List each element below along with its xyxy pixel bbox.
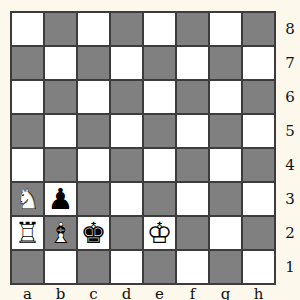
piece-black-king[interactable]: ♚ — [78, 217, 109, 249]
rank-label-1: 1 — [282, 251, 298, 283]
rank-label-5: 5 — [282, 115, 298, 147]
rank-label-4: 4 — [282, 149, 298, 181]
piece-white-knight[interactable]: ♞♘ — [12, 183, 43, 215]
rank-labels: 87654321 — [282, 11, 298, 283]
square-b8[interactable] — [45, 13, 76, 45]
file-label-e: e — [144, 287, 175, 300]
square-a1[interactable] — [12, 251, 43, 283]
white-bishop-fill: ♝ — [45, 217, 76, 249]
square-a3[interactable]: ♞♘ — [12, 183, 43, 215]
square-b3[interactable]: ♟ — [45, 183, 76, 215]
square-d2[interactable] — [111, 217, 142, 249]
white-rook-outline: ♖ — [12, 217, 43, 249]
square-e7[interactable] — [144, 47, 175, 79]
rank-label-8: 8 — [282, 13, 298, 45]
square-b7[interactable] — [45, 47, 76, 79]
square-h3[interactable] — [243, 183, 274, 215]
file-label-h: h — [243, 287, 274, 300]
square-a5[interactable] — [12, 115, 43, 147]
square-c4[interactable] — [78, 149, 109, 181]
file-label-f: f — [177, 287, 208, 300]
square-c1[interactable] — [78, 251, 109, 283]
piece-white-rook[interactable]: ♜♖ — [12, 217, 43, 249]
black-pawn-glyph: ♟ — [45, 183, 76, 215]
square-g7[interactable] — [210, 47, 241, 79]
square-f3[interactable] — [177, 183, 208, 215]
square-g1[interactable] — [210, 251, 241, 283]
square-c8[interactable] — [78, 13, 109, 45]
square-h8[interactable] — [243, 13, 274, 45]
square-e8[interactable] — [144, 13, 175, 45]
square-b1[interactable] — [45, 251, 76, 283]
square-e5[interactable] — [144, 115, 175, 147]
square-h5[interactable] — [243, 115, 274, 147]
square-h4[interactable] — [243, 149, 274, 181]
square-b4[interactable] — [45, 149, 76, 181]
white-bishop-outline: ♗ — [45, 217, 76, 249]
square-b5[interactable] — [45, 115, 76, 147]
white-king-outline: ♔ — [144, 217, 175, 249]
file-label-b: b — [45, 287, 76, 300]
square-f4[interactable] — [177, 149, 208, 181]
square-a7[interactable] — [12, 47, 43, 79]
square-f8[interactable] — [177, 13, 208, 45]
square-e4[interactable] — [144, 149, 175, 181]
square-h7[interactable] — [243, 47, 274, 79]
square-h1[interactable] — [243, 251, 274, 283]
square-f2[interactable] — [177, 217, 208, 249]
square-d7[interactable] — [111, 47, 142, 79]
square-f6[interactable] — [177, 81, 208, 113]
square-b2[interactable]: ♝♗ — [45, 217, 76, 249]
square-d8[interactable] — [111, 13, 142, 45]
square-d1[interactable] — [111, 251, 142, 283]
square-c6[interactable] — [78, 81, 109, 113]
piece-white-king[interactable]: ♚♔ — [144, 217, 175, 249]
square-a8[interactable] — [12, 13, 43, 45]
square-e3[interactable] — [144, 183, 175, 215]
square-e2[interactable]: ♚♔ — [144, 217, 175, 249]
square-e6[interactable] — [144, 81, 175, 113]
piece-black-pawn[interactable]: ♟ — [45, 183, 76, 215]
square-h2[interactable] — [243, 217, 274, 249]
square-c2[interactable]: ♚ — [78, 217, 109, 249]
square-f5[interactable] — [177, 115, 208, 147]
square-d6[interactable] — [111, 81, 142, 113]
square-g3[interactable] — [210, 183, 241, 215]
square-c5[interactable] — [78, 115, 109, 147]
square-g4[interactable] — [210, 149, 241, 181]
square-f7[interactable] — [177, 47, 208, 79]
file-labels: abcdefgh — [10, 287, 274, 300]
white-rook-fill: ♜ — [12, 217, 43, 249]
chess-board: ♞♘♟♜♖♝♗♚♚♔ — [10, 11, 276, 285]
square-g6[interactable] — [210, 81, 241, 113]
square-d3[interactable] — [111, 183, 142, 215]
square-e1[interactable] — [144, 251, 175, 283]
square-c7[interactable] — [78, 47, 109, 79]
black-king-glyph: ♚ — [78, 217, 109, 249]
rank-label-6: 6 — [282, 81, 298, 113]
white-knight-fill: ♞ — [12, 183, 43, 215]
square-b6[interactable] — [45, 81, 76, 113]
file-label-a: a — [12, 287, 43, 300]
square-d4[interactable] — [111, 149, 142, 181]
white-knight-outline: ♘ — [12, 183, 43, 215]
square-g8[interactable] — [210, 13, 241, 45]
file-label-g: g — [210, 287, 241, 300]
rank-label-3: 3 — [282, 183, 298, 215]
square-a4[interactable] — [12, 149, 43, 181]
white-king-fill: ♚ — [144, 217, 175, 249]
square-g2[interactable] — [210, 217, 241, 249]
square-g5[interactable] — [210, 115, 241, 147]
piece-white-bishop[interactable]: ♝♗ — [45, 217, 76, 249]
square-d5[interactable] — [111, 115, 142, 147]
square-h6[interactable] — [243, 81, 274, 113]
square-f1[interactable] — [177, 251, 208, 283]
file-label-c: c — [78, 287, 109, 300]
rank-label-7: 7 — [282, 47, 298, 79]
square-c3[interactable] — [78, 183, 109, 215]
square-a2[interactable]: ♜♖ — [12, 217, 43, 249]
square-a6[interactable] — [12, 81, 43, 113]
file-label-d: d — [111, 287, 142, 300]
rank-label-2: 2 — [282, 217, 298, 249]
